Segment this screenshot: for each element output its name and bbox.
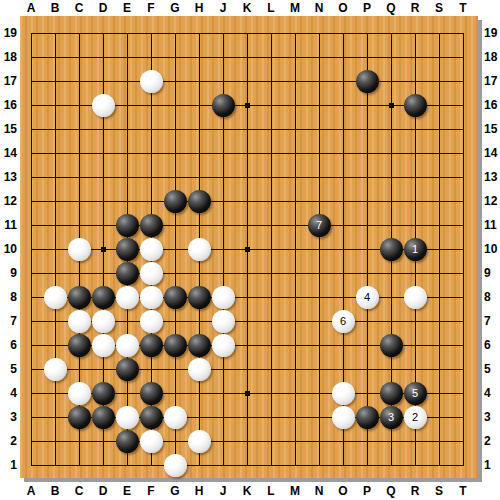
col-label-top-E: E [115,0,139,16]
intersection-O7[interactable]: 6 [331,309,355,333]
col-label-top-D: D [91,0,115,16]
white-stone-G3 [164,406,187,429]
intersection-O4[interactable] [331,381,355,405]
row-label-left-7: 7 [0,309,17,333]
intersection-E6[interactable] [115,333,139,357]
row-label-right-5: 5 [484,357,500,381]
row-label-left-19: 19 [0,21,17,45]
col-label-bottom-H: H [187,483,211,499]
row-label-left-13: 13 [0,165,17,189]
intersection-E3[interactable] [115,405,139,429]
intersection-E5[interactable] [115,357,139,381]
row-label-left-16: 16 [0,93,17,117]
row-label-left-18: 18 [0,45,17,69]
intersection-D16[interactable] [91,93,115,117]
row-label-right-7: 7 [484,309,500,333]
black-stone-D4 [92,382,115,405]
row-label-right-14: 14 [484,141,500,165]
black-stone-D3 [92,406,115,429]
row-label-right-10: 10 [484,237,500,261]
black-stone-G12 [164,190,187,213]
intersection-G12[interactable] [163,189,187,213]
intersection-G8[interactable] [163,285,187,309]
intersection-C3[interactable] [67,405,91,429]
intersection-F7[interactable] [139,309,163,333]
intersection-D3[interactable] [91,405,115,429]
black-stone-E10 [116,238,139,261]
white-stone-C7 [68,310,91,333]
intersection-C6[interactable] [67,333,91,357]
row-label-left-4: 4 [0,381,17,405]
col-label-top-C: C [67,0,91,16]
col-label-bottom-D: D [91,483,115,499]
black-stone-R4: 5 [404,382,427,405]
col-label-top-A: A [19,0,43,16]
white-stone-P8: 4 [356,286,379,309]
col-label-top-P: P [355,0,379,16]
white-stone-R8 [404,286,427,309]
row-label-left-11: 11 [0,213,17,237]
col-label-top-O: O [331,0,355,16]
black-stone-R16 [404,94,427,117]
intersection-J16[interactable] [211,93,235,117]
black-stone-J16 [212,94,235,117]
intersection-R10[interactable]: 1 [403,237,427,261]
white-stone-J6 [212,334,235,357]
row-label-right-2: 2 [484,429,500,453]
intersection-H6[interactable] [187,333,211,357]
black-stone-E11 [116,214,139,237]
white-stone-O7: 6 [332,310,355,333]
col-label-bottom-E: E [115,483,139,499]
row-label-right-4: 4 [484,381,500,405]
row-label-right-12: 12 [484,189,500,213]
intersection-E8[interactable] [115,285,139,309]
white-stone-F9 [140,262,163,285]
move-number-label-Q3: 3 [388,412,394,423]
white-stone-J8 [212,286,235,309]
col-label-bottom-A: A [19,483,43,499]
intersection-D6[interactable] [91,333,115,357]
row-label-left-17: 17 [0,69,17,93]
black-stone-H6 [188,334,211,357]
intersection-D4[interactable] [91,381,115,405]
row-label-right-11: 11 [484,213,500,237]
col-label-bottom-Q: Q [379,483,403,499]
intersection-F10[interactable] [139,237,163,261]
intersection-H5[interactable] [187,357,211,381]
col-label-top-J: J [211,0,235,16]
col-label-bottom-T: T [451,483,475,499]
col-label-top-K: K [235,0,259,16]
intersection-F9[interactable] [139,261,163,285]
white-stone-F2 [140,430,163,453]
intersection-H8[interactable] [187,285,211,309]
intersection-N11[interactable]: 7 [307,213,331,237]
row-label-right-16: 16 [484,93,500,117]
row-label-right-19: 19 [484,21,500,45]
intersection-Q3[interactable]: 3 [379,405,403,429]
intersection-H2[interactable] [187,429,211,453]
black-stone-G6 [164,334,187,357]
intersection-H12[interactable] [187,189,211,213]
intersection-F11[interactable] [139,213,163,237]
intersection-C4[interactable] [67,381,91,405]
intersection-D7[interactable] [91,309,115,333]
row-label-right-3: 3 [484,405,500,429]
intersection-F17[interactable] [139,69,163,93]
intersection-R4[interactable]: 5 [403,381,427,405]
intersection-F3[interactable] [139,405,163,429]
intersection-F6[interactable] [139,333,163,357]
intersection-E11[interactable] [115,213,139,237]
col-label-bottom-B: B [43,483,67,499]
intersection-F2[interactable] [139,429,163,453]
row-label-right-6: 6 [484,333,500,357]
intersection-R16[interactable] [403,93,427,117]
black-stone-C6 [68,334,91,357]
black-stone-E9 [116,262,139,285]
white-stone-D7 [92,310,115,333]
row-label-right-17: 17 [484,69,500,93]
black-stone-Q6 [380,334,403,357]
black-stone-Q4 [380,382,403,405]
intersection-E9[interactable] [115,261,139,285]
row-label-left-15: 15 [0,117,17,141]
row-label-left-12: 12 [0,189,17,213]
row-label-left-9: 9 [0,261,17,285]
white-stone-B5 [44,358,67,381]
row-label-right-13: 13 [484,165,500,189]
col-label-top-N: N [307,0,331,16]
intersection-P17[interactable] [355,69,379,93]
black-stone-E5 [116,358,139,381]
intersection-P8[interactable]: 4 [355,285,379,309]
black-stone-N11: 7 [308,214,331,237]
white-stone-D16 [92,94,115,117]
row-label-right-18: 18 [484,45,500,69]
col-label-top-T: T [451,0,475,16]
white-stone-C4 [68,382,91,405]
intersection-F8[interactable] [139,285,163,309]
black-stone-C8 [68,286,91,309]
row-label-left-5: 5 [0,357,17,381]
intersection-J8[interactable] [211,285,235,309]
col-label-bottom-P: P [355,483,379,499]
white-stone-C10 [68,238,91,261]
intersection-C10[interactable] [67,237,91,261]
white-stone-H2 [188,430,211,453]
intersection-H10[interactable] [187,237,211,261]
col-label-top-R: R [403,0,427,16]
black-stone-C3 [68,406,91,429]
row-label-right-15: 15 [484,117,500,141]
col-label-top-G: G [163,0,187,16]
row-label-right-1: 1 [484,453,500,477]
row-label-right-9: 9 [484,261,500,285]
intersection-B5[interactable] [43,357,67,381]
white-stone-F17 [140,70,163,93]
white-stone-H10 [188,238,211,261]
black-stone-Q3: 3 [380,406,403,429]
white-stone-F8 [140,286,163,309]
col-label-top-M: M [283,0,307,16]
white-stone-E8 [116,286,139,309]
intersection-R3[interactable]: 2 [403,405,427,429]
intersection-B8[interactable] [43,285,67,309]
intersection-C8[interactable] [67,285,91,309]
move-number-label-P8: 4 [364,292,370,303]
black-stone-F11 [140,214,163,237]
col-label-bottom-C: C [67,483,91,499]
white-stone-G1 [164,454,187,477]
intersection-D8[interactable] [91,285,115,309]
col-label-top-B: B [43,0,67,16]
black-stone-R10: 1 [404,238,427,261]
row-label-left-1: 1 [0,453,17,477]
black-stone-E2 [116,430,139,453]
row-label-left-6: 6 [0,333,17,357]
col-label-bottom-G: G [163,483,187,499]
intersection-Q6[interactable] [379,333,403,357]
black-stone-F6 [140,334,163,357]
black-stone-F4 [140,382,163,405]
col-label-top-Q: Q [379,0,403,16]
col-label-top-L: L [259,0,283,16]
go-diagram: 7153462 AABBCCDDEEFFGGHHJJKKLLMMNNOOPPQQ… [0,0,500,500]
white-stone-O3 [332,406,355,429]
col-label-bottom-O: O [331,483,355,499]
col-label-bottom-F: F [139,483,163,499]
move-number-label-R3: 2 [412,412,418,423]
white-stone-B8 [44,286,67,309]
col-label-bottom-K: K [235,483,259,499]
row-label-right-8: 8 [484,285,500,309]
intersection-F4[interactable] [139,381,163,405]
intersection-G6[interactable] [163,333,187,357]
black-stone-P17 [356,70,379,93]
white-stone-E3 [116,406,139,429]
black-stone-P3 [356,406,379,429]
white-stone-D6 [92,334,115,357]
white-stone-O4 [332,382,355,405]
row-label-left-2: 2 [0,429,17,453]
intersection-P3[interactable] [355,405,379,429]
col-label-bottom-N: N [307,483,331,499]
intersection-Q10[interactable] [379,237,403,261]
white-stone-R3: 2 [404,406,427,429]
black-stone-Q10 [380,238,403,261]
stones-layer[interactable]: 7153462 [19,21,475,477]
black-stone-H8 [188,286,211,309]
intersection-E2[interactable] [115,429,139,453]
move-number-label-R4: 5 [412,388,418,399]
intersection-G1[interactable] [163,453,187,477]
move-number-label-N11: 7 [316,220,322,231]
intersection-G3[interactable] [163,405,187,429]
col-label-bottom-L: L [259,483,283,499]
row-label-left-14: 14 [0,141,17,165]
row-label-left-3: 3 [0,405,17,429]
white-stone-E6 [116,334,139,357]
intersection-E10[interactable] [115,237,139,261]
row-label-left-10: 10 [0,237,17,261]
move-number-label-R10: 1 [412,244,418,255]
col-label-top-S: S [427,0,451,16]
intersection-Q4[interactable] [379,381,403,405]
white-stone-F7 [140,310,163,333]
intersection-J6[interactable] [211,333,235,357]
black-stone-H12 [188,190,211,213]
col-label-bottom-S: S [427,483,451,499]
col-label-top-F: F [139,0,163,16]
intersection-C7[interactable] [67,309,91,333]
white-stone-F10 [140,238,163,261]
row-label-left-8: 8 [0,285,17,309]
intersection-R8[interactable] [403,285,427,309]
col-label-bottom-M: M [283,483,307,499]
move-number-label-O7: 6 [340,316,346,327]
col-label-bottom-J: J [211,483,235,499]
col-label-bottom-R: R [403,483,427,499]
black-stone-D8 [92,286,115,309]
intersection-O3[interactable] [331,405,355,429]
black-stone-F3 [140,406,163,429]
col-label-top-H: H [187,0,211,16]
white-stone-J7 [212,310,235,333]
white-stone-H5 [188,358,211,381]
black-stone-G8 [164,286,187,309]
intersection-J7[interactable] [211,309,235,333]
